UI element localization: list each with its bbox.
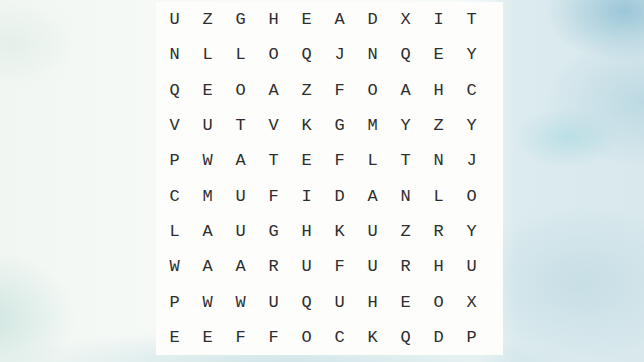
grid-cell-r9c10[interactable]: X (455, 284, 488, 319)
grid-cell-r6c7[interactable]: A (356, 178, 389, 213)
grid-cell-r4c10[interactable]: Y (455, 108, 488, 143)
grid-cell-r6c9[interactable]: L (422, 178, 455, 213)
grid-cell-r10c5[interactable]: O (290, 320, 323, 355)
grid-cell-r4c3[interactable]: T (224, 108, 257, 143)
word-search-grid: UZGHEADXITNLLOQJNQEYQEOAZFOAHCVUTVKGMYZY… (158, 2, 488, 355)
grid-cell-r1c8[interactable]: X (389, 2, 422, 37)
grid-cell-r1c4[interactable]: H (257, 2, 290, 37)
grid-cell-r6c3[interactable]: U (224, 178, 257, 213)
grid-cell-r5c6[interactable]: F (323, 143, 356, 178)
grid-cell-r3c4[interactable]: A (257, 73, 290, 108)
grid-cell-r2c10[interactable]: Y (455, 37, 488, 72)
grid-cell-r9c5[interactable]: Q (290, 284, 323, 319)
grid-cell-r4c4[interactable]: V (257, 108, 290, 143)
grid-cell-r9c8[interactable]: E (389, 284, 422, 319)
grid-cell-r1c7[interactable]: D (356, 2, 389, 37)
grid-cell-r8c2[interactable]: A (191, 249, 224, 284)
watercolor-background: UZGHEADXITNLLOQJNQEYQEOAZFOAHCVUTVKGMYZY… (0, 0, 644, 362)
grid-cell-r1c2[interactable]: Z (191, 2, 224, 37)
grid-cell-r8c5[interactable]: U (290, 249, 323, 284)
grid-cell-r8c4[interactable]: R (257, 249, 290, 284)
grid-cell-r1c5[interactable]: E (290, 2, 323, 37)
grid-cell-r9c2[interactable]: W (191, 284, 224, 319)
grid-cell-r5c9[interactable]: N (422, 143, 455, 178)
grid-cell-r6c4[interactable]: F (257, 178, 290, 213)
grid-cell-r5c4[interactable]: T (257, 143, 290, 178)
grid-cell-r7c8[interactable]: Z (389, 214, 422, 249)
grid-cell-r6c5[interactable]: I (290, 178, 323, 213)
grid-cell-r10c1[interactable]: E (158, 320, 191, 355)
grid-cell-r3c5[interactable]: Z (290, 73, 323, 108)
grid-cell-r6c2[interactable]: M (191, 178, 224, 213)
grid-cell-r8c3[interactable]: A (224, 249, 257, 284)
grid-cell-r7c4[interactable]: G (257, 214, 290, 249)
grid-cell-r7c10[interactable]: Y (455, 214, 488, 249)
grid-cell-r7c5[interactable]: H (290, 214, 323, 249)
grid-cell-r2c8[interactable]: Q (389, 37, 422, 72)
grid-cell-r3c7[interactable]: O (356, 73, 389, 108)
grid-cell-r7c1[interactable]: L (158, 214, 191, 249)
grid-cell-r10c7[interactable]: K (356, 320, 389, 355)
grid-cell-r8c6[interactable]: F (323, 249, 356, 284)
grid-cell-r10c3[interactable]: F (224, 320, 257, 355)
puzzle-panel: UZGHEADXITNLLOQJNQEYQEOAZFOAHCVUTVKGMYZY… (156, 2, 503, 355)
grid-cell-r10c10[interactable]: P (455, 320, 488, 355)
grid-cell-r10c2[interactable]: E (191, 320, 224, 355)
grid-cell-r5c3[interactable]: A (224, 143, 257, 178)
grid-cell-r1c6[interactable]: A (323, 2, 356, 37)
grid-cell-r4c8[interactable]: Y (389, 108, 422, 143)
grid-cell-r9c4[interactable]: U (257, 284, 290, 319)
grid-cell-r5c2[interactable]: W (191, 143, 224, 178)
grid-cell-r8c7[interactable]: U (356, 249, 389, 284)
grid-cell-r6c1[interactable]: C (158, 178, 191, 213)
grid-cell-r9c1[interactable]: P (158, 284, 191, 319)
grid-cell-r2c3[interactable]: L (224, 37, 257, 72)
grid-cell-r5c10[interactable]: J (455, 143, 488, 178)
grid-cell-r5c7[interactable]: L (356, 143, 389, 178)
grid-cell-r1c9[interactable]: I (422, 2, 455, 37)
grid-cell-r9c7[interactable]: H (356, 284, 389, 319)
grid-cell-r3c3[interactable]: O (224, 73, 257, 108)
grid-cell-r2c7[interactable]: N (356, 37, 389, 72)
grid-cell-r6c10[interactable]: O (455, 178, 488, 213)
grid-cell-r1c1[interactable]: U (158, 2, 191, 37)
grid-cell-r10c6[interactable]: C (323, 320, 356, 355)
grid-cell-r8c8[interactable]: R (389, 249, 422, 284)
grid-cell-r3c10[interactable]: C (455, 73, 488, 108)
grid-cell-r1c10[interactable]: T (455, 2, 488, 37)
grid-cell-r4c9[interactable]: Z (422, 108, 455, 143)
grid-cell-r2c4[interactable]: O (257, 37, 290, 72)
grid-cell-r2c6[interactable]: J (323, 37, 356, 72)
grid-cell-r3c1[interactable]: Q (158, 73, 191, 108)
grid-cell-r4c2[interactable]: U (191, 108, 224, 143)
grid-cell-r4c7[interactable]: M (356, 108, 389, 143)
grid-cell-r4c5[interactable]: K (290, 108, 323, 143)
grid-cell-r10c9[interactable]: D (422, 320, 455, 355)
grid-cell-r5c5[interactable]: E (290, 143, 323, 178)
grid-cell-r3c2[interactable]: E (191, 73, 224, 108)
grid-cell-r3c8[interactable]: A (389, 73, 422, 108)
grid-cell-r7c9[interactable]: R (422, 214, 455, 249)
grid-cell-r8c1[interactable]: W (158, 249, 191, 284)
grid-cell-r2c5[interactable]: Q (290, 37, 323, 72)
grid-cell-r2c2[interactable]: L (191, 37, 224, 72)
grid-cell-r8c10[interactable]: U (455, 249, 488, 284)
grid-cell-r10c8[interactable]: Q (389, 320, 422, 355)
grid-cell-r3c9[interactable]: H (422, 73, 455, 108)
grid-cell-r7c2[interactable]: A (191, 214, 224, 249)
grid-cell-r5c8[interactable]: T (389, 143, 422, 178)
grid-cell-r7c7[interactable]: U (356, 214, 389, 249)
grid-cell-r2c1[interactable]: N (158, 37, 191, 72)
grid-cell-r9c6[interactable]: U (323, 284, 356, 319)
grid-cell-r7c6[interactable]: K (323, 214, 356, 249)
grid-cell-r7c3[interactable]: U (224, 214, 257, 249)
grid-cell-r9c3[interactable]: W (224, 284, 257, 319)
grid-cell-r9c9[interactable]: O (422, 284, 455, 319)
grid-cell-r8c9[interactable]: H (422, 249, 455, 284)
grid-cell-r4c1[interactable]: V (158, 108, 191, 143)
grid-cell-r6c8[interactable]: N (389, 178, 422, 213)
grid-cell-r10c4[interactable]: F (257, 320, 290, 355)
grid-cell-r6c6[interactable]: D (323, 178, 356, 213)
grid-cell-r2c9[interactable]: E (422, 37, 455, 72)
grid-cell-r3c6[interactable]: F (323, 73, 356, 108)
grid-cell-r4c6[interactable]: G (323, 108, 356, 143)
grid-cell-r5c1[interactable]: P (158, 143, 191, 178)
grid-cell-r1c3[interactable]: G (224, 2, 257, 37)
